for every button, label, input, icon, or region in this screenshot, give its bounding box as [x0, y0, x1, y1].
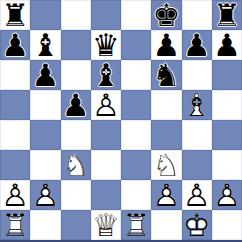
piece-white-pawn[interactable]: ♟♙ — [30, 180, 60, 210]
square-a6[interactable] — [0, 60, 30, 90]
square-h6[interactable] — [212, 60, 242, 90]
piece-glyph: ♟ — [31, 60, 59, 90]
piece-black-pawn[interactable]: ♟ — [212, 30, 242, 60]
piece-white-knight[interactable]: ♞♘ — [151, 150, 181, 180]
square-c6[interactable] — [61, 60, 91, 90]
square-c5[interactable]: ♟ — [61, 90, 91, 120]
piece-glyph-outline: ♙ — [183, 180, 211, 210]
piece-glyph: ♛ — [92, 30, 120, 60]
square-h3[interactable] — [212, 150, 242, 180]
piece-white-knight[interactable]: ♞♘ — [61, 150, 91, 180]
square-g2[interactable]: ♟♙ — [182, 180, 212, 210]
square-e8[interactable] — [121, 0, 151, 30]
square-b3[interactable] — [30, 150, 60, 180]
square-a8[interactable]: ♜ — [0, 0, 30, 30]
square-f3[interactable]: ♞♘ — [151, 150, 181, 180]
square-e6[interactable] — [121, 60, 151, 90]
piece-white-pawn[interactable]: ♟♙ — [182, 180, 212, 210]
piece-black-pawn[interactable]: ♟ — [151, 30, 181, 60]
piece-glyph: ♟ — [62, 90, 90, 120]
chess-board: ♜♚♜♟♝♛♟♟♟♟♝♞♟♟♙♝♗♞♘♞♘♟♙♟♙♟♙♟♙♟♙♜♖♛♕♜♖♚♔ — [0, 0, 242, 242]
piece-glyph-outline: ♘ — [62, 150, 90, 180]
piece-glyph-outline: ♙ — [92, 90, 120, 120]
square-e4[interactable] — [121, 120, 151, 150]
square-c7[interactable] — [61, 30, 91, 60]
square-a5[interactable] — [0, 90, 30, 120]
square-g7[interactable]: ♟ — [182, 30, 212, 60]
square-e2[interactable] — [121, 180, 151, 210]
square-e1[interactable]: ♜♖ — [121, 210, 151, 240]
square-g5[interactable]: ♝♗ — [182, 90, 212, 120]
piece-white-pawn[interactable]: ♟♙ — [0, 180, 30, 210]
square-f6[interactable]: ♞ — [151, 60, 181, 90]
chess-board-container: ♜♚♜♟♝♛♟♟♟♟♝♞♟♟♙♝♗♞♘♞♘♟♙♟♙♟♙♟♙♟♙♜♖♛♕♜♖♚♔ — [0, 0, 242, 242]
square-a2[interactable]: ♟♙ — [0, 180, 30, 210]
piece-black-queen[interactable]: ♛ — [91, 30, 121, 60]
piece-black-knight[interactable]: ♞ — [151, 60, 181, 90]
piece-white-pawn[interactable]: ♟♙ — [212, 180, 242, 210]
square-f2[interactable]: ♟♙ — [151, 180, 181, 210]
piece-white-pawn[interactable]: ♟♙ — [91, 90, 121, 120]
square-f5[interactable] — [151, 90, 181, 120]
piece-glyph-outline: ♔ — [183, 210, 211, 240]
square-b8[interactable] — [30, 0, 60, 30]
piece-glyph-outline: ♙ — [1, 180, 29, 210]
square-e5[interactable] — [121, 90, 151, 120]
piece-white-rook[interactable]: ♜♖ — [121, 210, 151, 240]
square-d4[interactable] — [91, 120, 121, 150]
square-h2[interactable]: ♟♙ — [212, 180, 242, 210]
square-h7[interactable]: ♟ — [212, 30, 242, 60]
piece-glyph-outline: ♕ — [92, 210, 120, 240]
square-c3[interactable]: ♞♘ — [61, 150, 91, 180]
square-c1[interactable] — [61, 210, 91, 240]
square-d2[interactable] — [91, 180, 121, 210]
square-d3[interactable] — [91, 150, 121, 180]
piece-glyph: ♜ — [1, 0, 29, 30]
square-g4[interactable] — [182, 120, 212, 150]
square-f1[interactable] — [151, 210, 181, 240]
square-b1[interactable] — [30, 210, 60, 240]
square-h5[interactable] — [212, 90, 242, 120]
piece-black-king[interactable]: ♚ — [151, 0, 181, 30]
piece-glyph-outline: ♖ — [122, 210, 150, 240]
square-a7[interactable]: ♟ — [0, 30, 30, 60]
piece-glyph: ♟ — [183, 30, 211, 60]
piece-glyph: ♜ — [213, 0, 241, 30]
square-b5[interactable] — [30, 90, 60, 120]
piece-black-pawn[interactable]: ♟ — [0, 30, 30, 60]
piece-black-bishop[interactable]: ♝ — [91, 60, 121, 90]
piece-black-pawn[interactable]: ♟ — [30, 60, 60, 90]
square-f7[interactable]: ♟ — [151, 30, 181, 60]
square-d5[interactable]: ♟♙ — [91, 90, 121, 120]
square-g8[interactable] — [182, 0, 212, 30]
piece-glyph: ♝ — [31, 30, 59, 60]
square-d6[interactable]: ♝ — [91, 60, 121, 90]
piece-black-pawn[interactable]: ♟ — [182, 30, 212, 60]
square-c8[interactable] — [61, 0, 91, 30]
piece-white-king[interactable]: ♚♔ — [182, 210, 212, 240]
square-b7[interactable]: ♝ — [30, 30, 60, 60]
square-b4[interactable] — [30, 120, 60, 150]
piece-white-rook[interactable]: ♜♖ — [0, 210, 30, 240]
square-d8[interactable] — [91, 0, 121, 30]
square-d7[interactable]: ♛ — [91, 30, 121, 60]
piece-glyph-outline: ♗ — [183, 90, 211, 120]
square-a1[interactable]: ♜♖ — [0, 210, 30, 240]
piece-glyph: ♟ — [213, 30, 241, 60]
piece-glyph: ♟ — [152, 30, 180, 60]
piece-white-bishop[interactable]: ♝♗ — [182, 90, 212, 120]
square-c4[interactable] — [61, 120, 91, 150]
square-f4[interactable] — [151, 120, 181, 150]
piece-black-pawn[interactable]: ♟ — [61, 90, 91, 120]
square-g3[interactable] — [182, 150, 212, 180]
square-h1[interactable] — [212, 210, 242, 240]
square-g6[interactable] — [182, 60, 212, 90]
square-d1[interactable]: ♛♕ — [91, 210, 121, 240]
piece-glyph-outline: ♙ — [213, 180, 241, 210]
square-a4[interactable] — [0, 120, 30, 150]
piece-glyph: ♚ — [152, 0, 180, 30]
piece-glyph: ♟ — [1, 30, 29, 60]
square-g1[interactable]: ♚♔ — [182, 210, 212, 240]
square-b2[interactable]: ♟♙ — [30, 180, 60, 210]
square-a3[interactable] — [0, 150, 30, 180]
square-h8[interactable]: ♜ — [212, 0, 242, 30]
piece-glyph: ♞ — [152, 60, 180, 90]
piece-glyph-outline: ♙ — [152, 180, 180, 210]
piece-white-pawn[interactable]: ♟♙ — [151, 180, 181, 210]
square-f8[interactable]: ♚ — [151, 0, 181, 30]
piece-black-rook[interactable]: ♜ — [212, 0, 242, 30]
square-e7[interactable] — [121, 30, 151, 60]
piece-glyph-outline: ♘ — [152, 150, 180, 180]
square-c2[interactable] — [61, 180, 91, 210]
square-b6[interactable]: ♟ — [30, 60, 60, 90]
piece-glyph: ♝ — [92, 60, 120, 90]
square-h4[interactable] — [212, 120, 242, 150]
piece-white-queen[interactable]: ♛♕ — [91, 210, 121, 240]
piece-black-bishop[interactable]: ♝ — [30, 30, 60, 60]
piece-glyph-outline: ♖ — [1, 210, 29, 240]
piece-glyph-outline: ♙ — [31, 180, 59, 210]
square-e3[interactable] — [121, 150, 151, 180]
piece-black-rook[interactable]: ♜ — [0, 0, 30, 30]
